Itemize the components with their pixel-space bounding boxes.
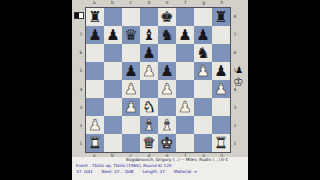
square-c7[interactable]: ♛ [122,26,140,44]
square-a7[interactable]: ♟ [86,26,104,44]
file-label: b [103,0,121,6]
square-e1[interactable]: ♚ [158,134,176,152]
piece-black-rook[interactable]: ♜ [214,10,227,25]
square-b1[interactable] [104,134,122,152]
file-label: d [140,0,158,6]
square-f6[interactable] [176,44,194,62]
piece-black-queen[interactable]: ♛ [124,28,137,43]
file-label: a [85,0,103,6]
square-e5[interactable]: ♟ [158,62,176,80]
square-b7[interactable]: ♟ [104,26,122,44]
rank-label: 8 [232,7,238,25]
piece-black-pawn[interactable]: ♟ [214,64,227,79]
file-label: g [195,0,213,6]
piece-white-rook[interactable]: ♜ [88,136,101,151]
square-h3[interactable] [212,98,230,116]
ranks-left: 87654321 [78,7,84,153]
move-indicator-icon [74,12,84,19]
rank-label: 6 [78,44,84,62]
piece-white-rook[interactable]: ♜ [214,136,227,151]
file-label: f [176,0,194,6]
piece-black-pawn[interactable]: ♟ [88,28,101,43]
square-c5[interactable]: ♟ [122,62,140,80]
square-f7[interactable]: ♟ [176,26,194,44]
piece-white-pawn[interactable]: ♟ [124,100,137,115]
square-b3[interactable] [104,98,122,116]
square-c1[interactable] [122,134,140,152]
square-e8[interactable]: ♚ [158,8,176,26]
square-e2[interactable]: ♝ [158,116,176,134]
piece-black-pawn[interactable]: ♟ [196,28,209,43]
square-f4[interactable] [176,80,194,98]
rank-label: 4 [78,80,84,98]
square-g6[interactable]: ♞ [194,44,212,62]
square-h4[interactable]: ♟ [212,80,230,98]
rank-label: 2 [78,117,84,135]
square-a5[interactable] [86,62,104,80]
square-d4[interactable] [140,80,158,98]
piece-black-pawn[interactable]: ♟ [106,28,119,43]
square-h7[interactable] [212,26,230,44]
piece-white-pawn[interactable]: ♟ [178,100,191,115]
square-a1[interactable]: ♜ [86,134,104,152]
square-g3[interactable] [194,98,212,116]
game-length: Length: 37 [142,169,165,175]
square-g2[interactable] [194,116,212,134]
rank-label: 7 [232,25,238,43]
piece-white-pawn[interactable]: ♟ [196,64,209,79]
square-h5[interactable]: ♟ [212,62,230,80]
material-balance: Material: = [174,169,197,175]
square-h2[interactable] [212,116,230,134]
rank-label: 1 [232,135,238,153]
square-b8[interactable] [104,8,122,26]
square-f3[interactable]: ♟ [176,98,194,116]
rank-label: 6 [232,44,238,62]
square-a4[interactable] [86,80,104,98]
square-a6[interactable] [86,44,104,62]
square-g7[interactable]: ♟ [194,26,212,44]
rank-label: 3 [78,98,84,116]
rank-label: 3 [232,98,238,116]
square-h8[interactable]: ♜ [212,8,230,26]
rank-label: 1 [78,135,84,153]
piece-black-king[interactable]: ♚ [160,10,173,25]
square-d5[interactable]: ♟ [140,62,158,80]
rank-label: 5 [78,62,84,80]
white-king-icon: ♔ [233,76,244,88]
square-h1[interactable]: ♜ [212,134,230,152]
square-g5[interactable]: ♟ [194,62,212,80]
piece-black-pawn[interactable]: ♟ [124,64,137,79]
square-e4[interactable]: ♟ [158,80,176,98]
chess-gui-frame: abcdefgh abcdefgh 87654321 87654321 ♜♚♜♟… [72,0,248,180]
square-d7[interactable]: ♝ [140,26,158,44]
piece-white-pawn[interactable]: ♟ [88,118,101,133]
square-b5[interactable] [104,62,122,80]
rank-label: 2 [232,117,238,135]
square-c8[interactable] [122,8,140,26]
piece-white-bishop[interactable]: ♝ [160,118,173,133]
square-a3[interactable] [86,98,104,116]
piece-white-pawn[interactable]: ♟ [124,82,137,97]
square-g1[interactable] [194,134,212,152]
square-f2[interactable] [176,116,194,134]
board: ♜♚♜♟♟♛♝♞♟♟♟♞♟♟♟♟♟♟♟♟♟♞♟♟♝♝♜♛♚♜ [85,7,231,153]
square-d3[interactable]: ♞ [140,98,158,116]
piece-white-bishop[interactable]: ♝ [142,118,155,133]
square-a8[interactable]: ♜ [86,8,104,26]
piece-white-king[interactable]: ♚ [160,136,173,151]
square-d8[interactable] [140,8,158,26]
piece-black-knight[interactable]: ♞ [196,46,209,61]
square-d2[interactable]: ♝ [140,116,158,134]
square-c2[interactable] [122,116,140,134]
piece-black-bishop[interactable]: ♝ [142,28,155,43]
square-d1[interactable]: ♛ [140,134,158,152]
move-line: 37. Qd1 Next: 37... Qd8 Length: 37 Mater… [72,169,248,175]
square-e6[interactable] [158,44,176,62]
letterbox-left [0,0,72,180]
footer: Bogdanovich, Grigory (...) -- Milev, Rud… [72,157,248,180]
black-pawn-icon: ♟ [235,66,243,75]
file-label: c [122,0,140,6]
square-f5[interactable] [176,62,194,80]
piece-white-pawn[interactable]: ♟ [142,64,155,79]
piece-black-knight[interactable]: ♞ [160,28,173,43]
file-label: e [158,0,176,6]
square-b2[interactable] [104,116,122,134]
app: abcdefgh abcdefgh 87654321 87654321 ♜♚♜♟… [0,0,320,180]
square-c3[interactable]: ♟ [122,98,140,116]
piece-black-rook[interactable]: ♜ [88,10,101,25]
square-h6[interactable] [212,44,230,62]
square-c4[interactable]: ♟ [122,80,140,98]
current-move: 37. Qd1 [76,169,93,175]
square-e7[interactable]: ♞ [158,26,176,44]
file-label: h [213,0,231,6]
piece-white-knight[interactable]: ♞ [142,100,155,115]
piece-white-queen[interactable]: ♛ [142,136,155,151]
letterbox-right [248,0,320,180]
square-f8[interactable] [176,8,194,26]
square-e3[interactable] [158,98,176,116]
piece-black-pawn[interactable]: ♟ [142,46,155,61]
square-b6[interactable] [104,44,122,62]
rank-label: 7 [78,25,84,43]
square-f1[interactable] [176,134,194,152]
files-top: abcdefgh [85,0,231,6]
square-b4[interactable] [104,80,122,98]
square-a2[interactable]: ♟ [86,116,104,134]
square-d6[interactable]: ♟ [140,44,158,62]
next-move: Next: 37... Qd8 [102,169,134,175]
piece-white-pawn[interactable]: ♟ [160,82,173,97]
piece-black-pawn[interactable]: ♟ [160,64,173,79]
square-g4[interactable] [194,80,212,98]
square-c6[interactable] [122,44,140,62]
square-g8[interactable] [194,8,212,26]
piece-black-pawn[interactable]: ♟ [178,28,191,43]
piece-white-pawn[interactable]: ♟ [214,82,227,97]
